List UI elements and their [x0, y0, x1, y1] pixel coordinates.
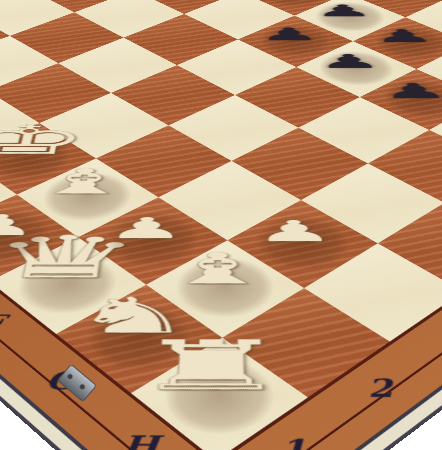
rank-label-1: 1: [262, 428, 325, 450]
rank-label-2: 2: [349, 369, 412, 408]
file-label-H: H: [108, 425, 171, 450]
black-pawn-glyph: ♟: [333, 81, 442, 101]
file-label-F: F: [0, 306, 21, 340]
black-pawn-glyph: ♟: [329, 27, 442, 44]
chess-set-photo: ABCDEFGH12345678 ♚♝♛♟♟♝♟♞♜♟♟♟♟♟♟: [0, 0, 442, 450]
rank-label-3: 3: [426, 316, 442, 351]
black-pawn-glyph: ♟: [272, 3, 416, 19]
square-f3: [158, 161, 301, 240]
black-pawn-glyph: ♟: [272, 52, 428, 71]
